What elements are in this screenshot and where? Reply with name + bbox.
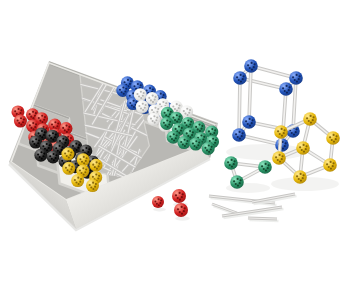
ball-red (172, 189, 186, 203)
ball-green (224, 156, 238, 170)
ball-yellow (303, 112, 317, 126)
ball-green (178, 136, 191, 149)
ball-blue (289, 71, 303, 85)
ball-blue (232, 128, 246, 142)
ball-yellow (71, 174, 84, 187)
ball-yellow (293, 170, 307, 184)
ball-yellow (272, 151, 286, 165)
ball-black (47, 150, 60, 163)
ball-yellow (296, 141, 310, 155)
ball-green (202, 142, 215, 155)
ball-yellow (323, 158, 337, 172)
ball-green (258, 160, 272, 174)
ball-green (230, 175, 244, 189)
ball-yellow (326, 131, 340, 145)
ball-green (189, 138, 202, 151)
ball-black (34, 149, 47, 162)
ball-red (14, 115, 27, 128)
product-photo (0, 0, 343, 281)
ball-white (136, 100, 149, 113)
ball-yellow (62, 162, 75, 175)
ball-white (134, 88, 147, 101)
ball-green (160, 117, 173, 130)
ball-yellow (61, 148, 74, 161)
ball-white (147, 113, 160, 126)
ball-yellow (274, 125, 288, 139)
molecular-kit-scene (0, 0, 343, 281)
structure-cube (232, 59, 303, 152)
ball-red (174, 203, 188, 217)
loose-items (152, 189, 297, 221)
tray (9, 54, 219, 230)
ball-yellow (90, 159, 103, 172)
ball-blue (233, 71, 247, 85)
ball-blue (242, 115, 256, 129)
ball-yellow (77, 153, 90, 166)
ball-blue (279, 82, 293, 96)
ball-yellow (86, 179, 99, 192)
ball-red (152, 196, 164, 208)
ball-blue (244, 59, 258, 73)
